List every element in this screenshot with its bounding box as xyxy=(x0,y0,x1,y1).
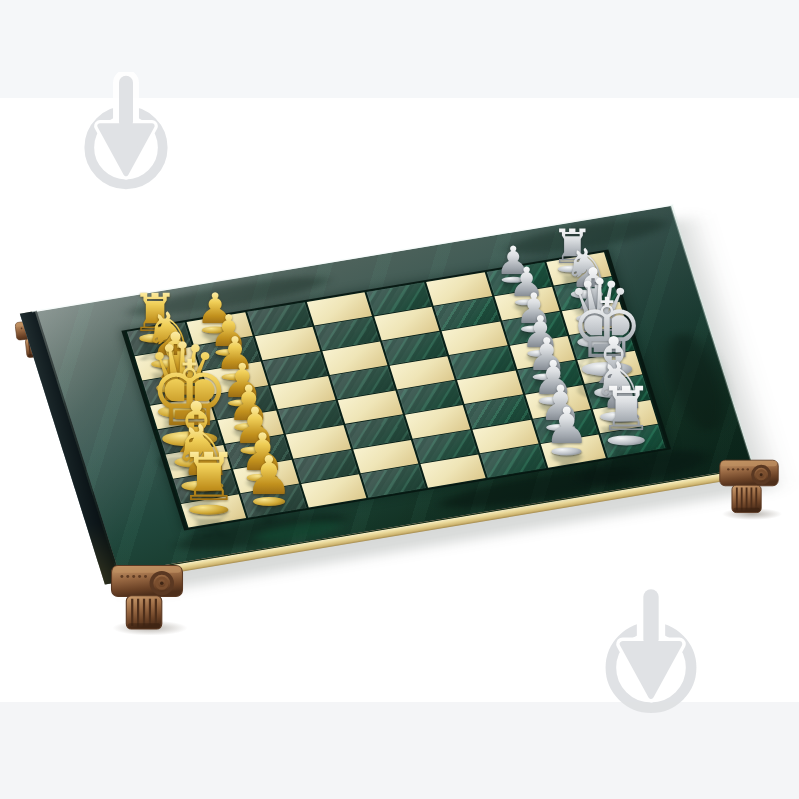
rook-glyph: ♜ xyxy=(599,383,653,439)
board-edge-highlight xyxy=(670,205,756,469)
pawn-glyph: ♟ xyxy=(545,404,590,450)
store-logo-watermark xyxy=(72,72,180,197)
bronze-foot-right xyxy=(718,459,780,515)
store-logo-watermark xyxy=(592,585,710,722)
gold-rook-h1[interactable]: ♜♜ xyxy=(179,447,238,515)
pawn-glyph: ♟ xyxy=(245,451,293,500)
silver-pawn-h7[interactable]: ♟♟ xyxy=(545,404,590,456)
gold-pawn-h2[interactable]: ♟♟ xyxy=(245,451,293,506)
board-side-edge xyxy=(20,311,122,585)
silver-rook-h8[interactable]: ♜♜ xyxy=(599,383,653,446)
bronze-foot-near xyxy=(108,564,186,632)
rook-glyph: ♜ xyxy=(179,447,238,508)
product-photo-scene: ♜♜♞♞♝♝♛♛♚♚♝♝♞♞♜♜♟♟♟♟♟♟♟♟♟♟♟♟♟♟♟♟♟♟♟♟♟♟♟♟… xyxy=(0,0,799,799)
